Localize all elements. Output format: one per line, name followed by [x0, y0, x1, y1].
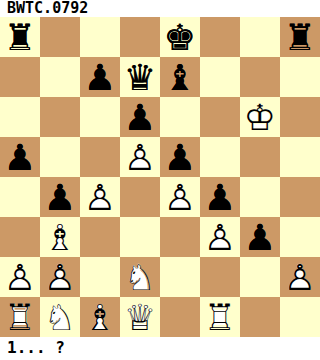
square-e6[interactable] [160, 97, 200, 137]
square-e8[interactable]: ♚♔ [160, 17, 200, 57]
square-b1[interactable]: ♞♘ [40, 297, 80, 337]
square-b5[interactable] [40, 137, 80, 177]
square-a6[interactable] [0, 97, 40, 137]
square-b8[interactable] [40, 17, 80, 57]
square-b2[interactable]: ♟♙ [40, 257, 80, 297]
piece-white-king[interactable]: ♚♔ [240, 97, 280, 137]
square-g1[interactable] [240, 297, 280, 337]
piece-black-rook[interactable]: ♜♖ [280, 17, 320, 57]
piece-white-queen[interactable]: ♛♕ [120, 297, 160, 337]
square-a7[interactable] [0, 57, 40, 97]
square-d4[interactable] [120, 177, 160, 217]
square-b6[interactable] [40, 97, 80, 137]
piece-black-pawn[interactable]: ♟♙ [40, 177, 80, 217]
piece-white-knight[interactable]: ♞♘ [120, 257, 160, 297]
piece-black-pawn[interactable]: ♟♙ [240, 217, 280, 257]
square-a1[interactable]: ♜♖ [0, 297, 40, 337]
square-h5[interactable] [280, 137, 320, 177]
square-a8[interactable]: ♜♖ [0, 17, 40, 57]
square-e3[interactable] [160, 217, 200, 257]
square-g6[interactable]: ♚♔ [240, 97, 280, 137]
square-d2[interactable]: ♞♘ [120, 257, 160, 297]
square-c4[interactable]: ♟♙ [80, 177, 120, 217]
square-c8[interactable] [80, 17, 120, 57]
window-title: BWTC.0792 [0, 0, 320, 17]
square-g7[interactable] [240, 57, 280, 97]
square-a4[interactable] [0, 177, 40, 217]
square-g5[interactable] [240, 137, 280, 177]
piece-white-knight[interactable]: ♞♘ [40, 297, 80, 337]
piece-white-pawn[interactable]: ♟♙ [280, 257, 320, 297]
square-e7[interactable]: ♝♗ [160, 57, 200, 97]
square-e2[interactable] [160, 257, 200, 297]
square-b3[interactable]: ♝♗ [40, 217, 80, 257]
square-e5[interactable]: ♟♙ [160, 137, 200, 177]
piece-white-bishop[interactable]: ♝♗ [40, 217, 80, 257]
square-f7[interactable] [200, 57, 240, 97]
square-d3[interactable] [120, 217, 160, 257]
square-g2[interactable] [240, 257, 280, 297]
piece-black-pawn[interactable]: ♟♙ [160, 137, 200, 177]
square-g8[interactable] [240, 17, 280, 57]
piece-black-rook[interactable]: ♜♖ [0, 17, 40, 57]
piece-white-pawn[interactable]: ♟♙ [40, 257, 80, 297]
piece-black-queen[interactable]: ♛♕ [120, 57, 160, 97]
square-f1[interactable]: ♜♖ [200, 297, 240, 337]
piece-white-pawn[interactable]: ♟♙ [0, 257, 40, 297]
square-f6[interactable] [200, 97, 240, 137]
square-g3[interactable]: ♟♙ [240, 217, 280, 257]
square-h4[interactable] [280, 177, 320, 217]
chess-diagram-window: BWTC.0792 ♜♖♚♔♜♖♟♙♛♕♝♗♟♙♚♔♟♙♟♙♟♙♟♙♟♙♟♙♟♙… [0, 0, 320, 360]
square-d7[interactable]: ♛♕ [120, 57, 160, 97]
square-a5[interactable]: ♟♙ [0, 137, 40, 177]
square-d8[interactable] [120, 17, 160, 57]
square-f5[interactable] [200, 137, 240, 177]
square-c3[interactable] [80, 217, 120, 257]
square-h3[interactable] [280, 217, 320, 257]
square-h1[interactable] [280, 297, 320, 337]
square-f8[interactable] [200, 17, 240, 57]
piece-black-pawn[interactable]: ♟♙ [0, 137, 40, 177]
square-c2[interactable] [80, 257, 120, 297]
piece-white-pawn[interactable]: ♟♙ [160, 177, 200, 217]
square-h6[interactable] [280, 97, 320, 137]
square-h2[interactable]: ♟♙ [280, 257, 320, 297]
square-f4[interactable]: ♟♙ [200, 177, 240, 217]
piece-white-pawn[interactable]: ♟♙ [120, 137, 160, 177]
square-c1[interactable]: ♝♗ [80, 297, 120, 337]
square-e4[interactable]: ♟♙ [160, 177, 200, 217]
square-b4[interactable]: ♟♙ [40, 177, 80, 217]
piece-black-pawn[interactable]: ♟♙ [200, 177, 240, 217]
square-d6[interactable]: ♟♙ [120, 97, 160, 137]
square-a2[interactable]: ♟♙ [0, 257, 40, 297]
square-g4[interactable] [240, 177, 280, 217]
square-c7[interactable]: ♟♙ [80, 57, 120, 97]
chess-board: ♜♖♚♔♜♖♟♙♛♕♝♗♟♙♚♔♟♙♟♙♟♙♟♙♟♙♟♙♟♙♝♗♟♙♟♙♟♙♟♙… [0, 17, 320, 337]
piece-white-pawn[interactable]: ♟♙ [200, 217, 240, 257]
square-h7[interactable] [280, 57, 320, 97]
move-prompt: 1... ? [0, 337, 320, 360]
square-c6[interactable] [80, 97, 120, 137]
square-a3[interactable] [0, 217, 40, 257]
piece-white-rook[interactable]: ♜♖ [0, 297, 40, 337]
piece-black-pawn[interactable]: ♟♙ [120, 97, 160, 137]
square-b7[interactable] [40, 57, 80, 97]
square-f2[interactable] [200, 257, 240, 297]
square-d5[interactable]: ♟♙ [120, 137, 160, 177]
square-e1[interactable] [160, 297, 200, 337]
piece-black-king[interactable]: ♚♔ [160, 17, 200, 57]
square-c5[interactable] [80, 137, 120, 177]
piece-white-pawn[interactable]: ♟♙ [80, 177, 120, 217]
piece-black-pawn[interactable]: ♟♙ [80, 57, 120, 97]
square-d1[interactable]: ♛♕ [120, 297, 160, 337]
piece-white-rook[interactable]: ♜♖ [200, 297, 240, 337]
piece-white-bishop[interactable]: ♝♗ [80, 297, 120, 337]
piece-black-bishop[interactable]: ♝♗ [160, 57, 200, 97]
square-f3[interactable]: ♟♙ [200, 217, 240, 257]
square-h8[interactable]: ♜♖ [280, 17, 320, 57]
